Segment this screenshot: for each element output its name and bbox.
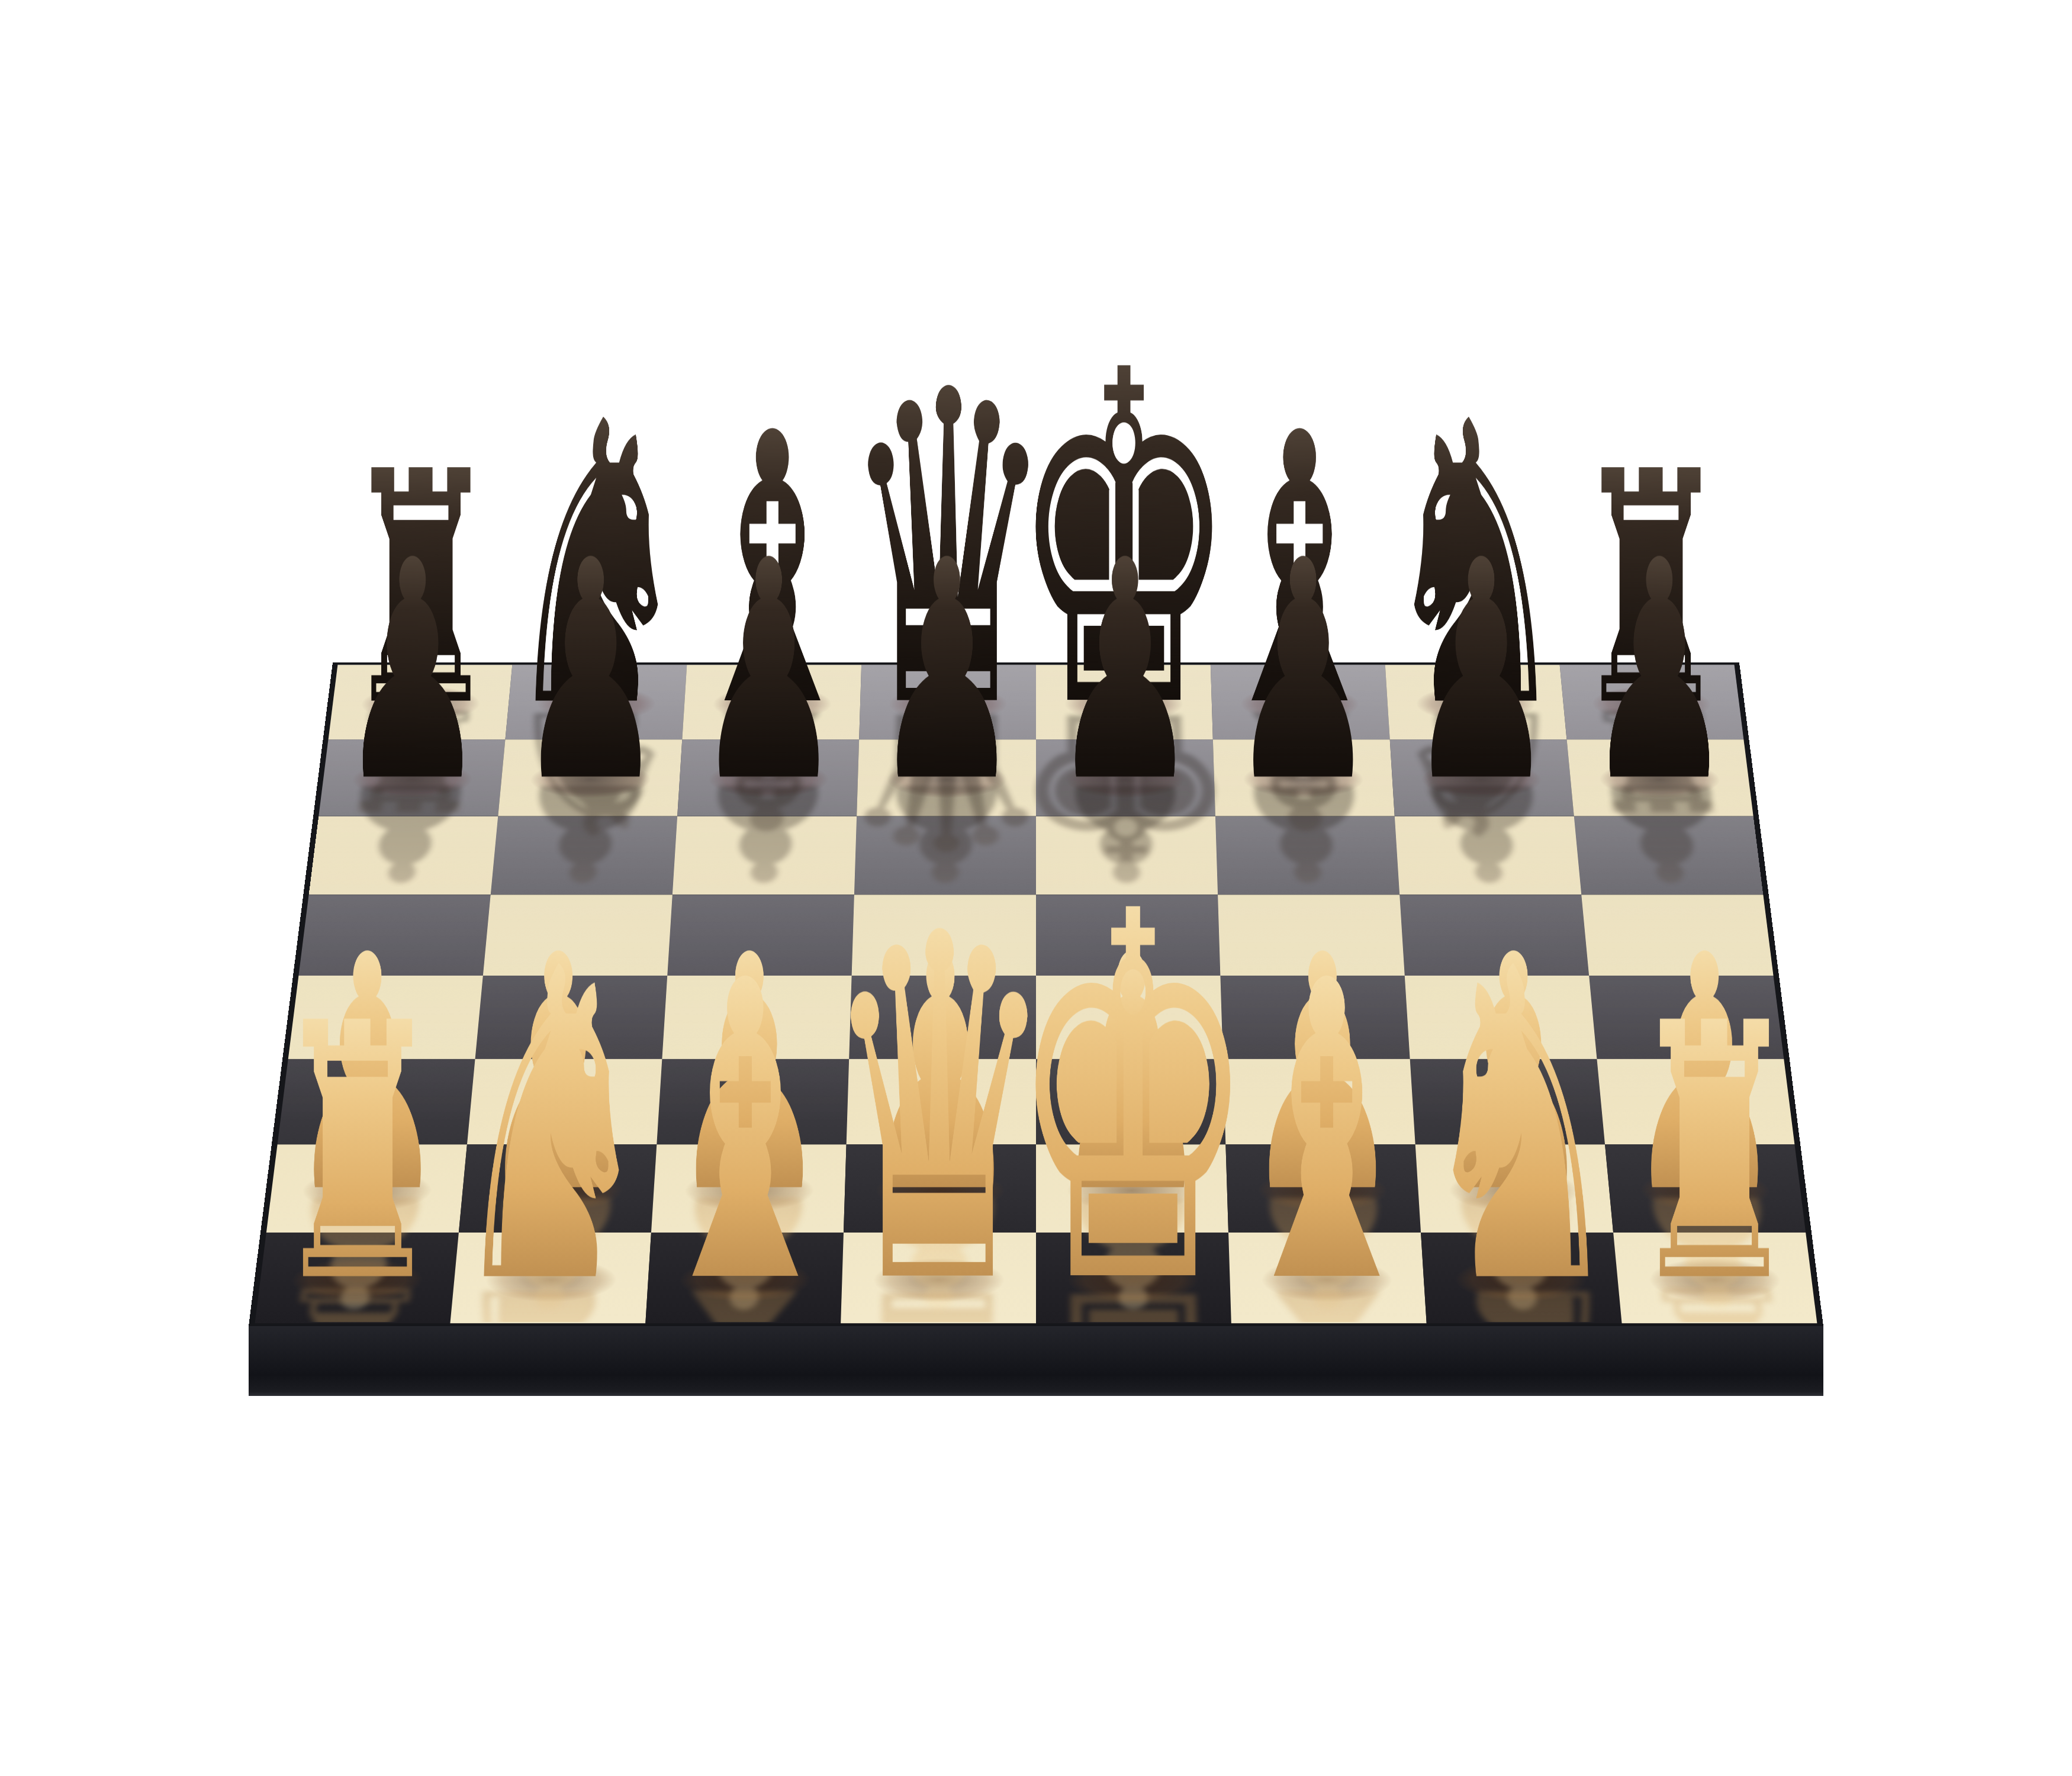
square-b7[interactable]: ♟ (498, 739, 682, 816)
chessboard: ♜♞♝♛♚♝♞♜♟♟♟♟♟♟♟♟♟♟♟♟♟♟♟♟♜♞♝♛♚CHESSSHOP♝♞… (249, 662, 1823, 1326)
white-bishop-icon: ♝ (644, 894, 847, 1373)
square-d7[interactable]: ♟ (857, 739, 1036, 816)
black-pawn-icon: ♟ (873, 496, 1022, 847)
square-d1[interactable]: ♛ (841, 1233, 1036, 1323)
white-rook-icon: ♜ (271, 948, 445, 1359)
white-knight-icon: ♞ (446, 878, 657, 1377)
board-apron (249, 1326, 1823, 1396)
black-pawn-icon: ♟ (338, 496, 487, 847)
black-pawn-icon: ♟ (1228, 496, 1378, 847)
piece-black-pawn-b7[interactable]: ♟ (516, 520, 665, 823)
black-pawn-icon: ♟ (516, 496, 665, 847)
square-g7[interactable]: ♟ (1390, 739, 1574, 816)
piece-white-king-e1[interactable]: ♚CHESSSHOP (1008, 848, 1257, 1353)
piece-white-rook-a1[interactable]: ♜ (271, 978, 445, 1330)
black-pawn-icon: ♟ (1407, 496, 1556, 847)
square-a1[interactable]: ♜ (255, 1233, 459, 1323)
square-b1[interactable]: ♞ (450, 1233, 651, 1323)
piece-black-pawn-g7[interactable]: ♟ (1407, 520, 1556, 823)
square-e7[interactable]: ♟ (1036, 739, 1215, 816)
chessboard-scene: ♜♞♝♛♚♝♞♜♟♟♟♟♟♟♟♟♟♟♟♟♟♟♟♟♜♞♝♛♚CHESSSHOP♝♞… (0, 0, 2072, 1776)
black-pawn-icon: ♟ (694, 496, 844, 847)
square-e1[interactable]: ♚CHESSSHOP (1036, 1233, 1231, 1323)
piece-black-pawn-c7[interactable]: ♟ (694, 520, 844, 823)
piece-black-pawn-a7[interactable]: ♟ (338, 520, 487, 823)
piece-black-pawn-f7[interactable]: ♟ (1228, 520, 1378, 823)
white-king-icon: ♚ (1008, 806, 1257, 1394)
piece-white-knight-g1[interactable]: ♞ (1415, 913, 1626, 1341)
square-f7[interactable]: ♟ (1213, 739, 1395, 816)
white-rook-icon: ♜ (1627, 948, 1801, 1359)
piece-white-knight-b1[interactable]: ♞ (446, 913, 657, 1341)
piece-black-pawn-e7[interactable]: ♟ (1051, 520, 1200, 823)
piece-black-pawn-d7[interactable]: ♟ (873, 520, 1022, 823)
square-h1[interactable]: ♜ (1613, 1233, 1817, 1323)
square-h7[interactable]: ♟ (1567, 739, 1754, 816)
square-f1[interactable]: ♝ (1228, 1233, 1427, 1323)
white-bishop-icon: ♝ (1225, 894, 1428, 1373)
square-c1[interactable]: ♝ (645, 1233, 844, 1323)
piece-white-bishop-c1[interactable]: ♝ (644, 928, 847, 1340)
square-a7[interactable]: ♟ (318, 739, 505, 816)
piece-white-rook-h1[interactable]: ♜ (1627, 978, 1801, 1330)
piece-white-bishop-f1[interactable]: ♝ (1225, 928, 1428, 1340)
piece-black-pawn-h7[interactable]: ♟ (1585, 520, 1734, 823)
product-photo-canvas: { "game": "chess", "scene": { "descripti… (0, 0, 2072, 1776)
square-c7[interactable]: ♟ (677, 739, 859, 816)
black-pawn-icon: ♟ (1051, 496, 1200, 847)
white-knight-icon: ♞ (1415, 878, 1626, 1377)
square-g1[interactable]: ♞ (1421, 1233, 1621, 1323)
black-pawn-icon: ♟ (1585, 496, 1734, 847)
